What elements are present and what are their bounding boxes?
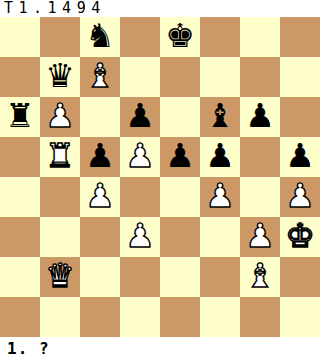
chess-board[interactable]: ♞♚♛♝♜♟♟♝♟♜♟♟♟♟♟♟♟♟♟♟♚♛♝ [0,17,320,337]
square-d1[interactable] [120,297,160,337]
piece-black-pawn[interactable]: ♟ [165,136,195,176]
piece-white-pawn[interactable]: ♟ [245,216,275,256]
square-f6[interactable]: ♝ [200,97,240,137]
piece-white-pawn[interactable]: ♟ [45,96,75,136]
piece-white-bishop[interactable]: ♝ [245,256,275,296]
square-g1[interactable] [240,297,280,337]
square-h5[interactable]: ♟ [280,137,320,177]
square-a6[interactable]: ♜ [0,97,40,137]
piece-black-rook[interactable]: ♜ [5,96,35,136]
square-e6[interactable] [160,97,200,137]
square-g3[interactable]: ♟ [240,217,280,257]
square-c3[interactable] [80,217,120,257]
piece-white-bishop[interactable]: ♝ [85,56,115,96]
square-b2[interactable]: ♛ [40,257,80,297]
square-e3[interactable] [160,217,200,257]
piece-black-pawn[interactable]: ♟ [245,96,275,136]
square-d3[interactable]: ♟ [120,217,160,257]
square-a1[interactable] [0,297,40,337]
square-e4[interactable] [160,177,200,217]
square-h1[interactable] [280,297,320,337]
square-a7[interactable] [0,57,40,97]
square-h8[interactable] [280,17,320,57]
square-f8[interactable] [200,17,240,57]
piece-black-knight[interactable]: ♞ [85,16,115,56]
piece-white-pawn[interactable]: ♟ [125,136,155,176]
square-f4[interactable]: ♟ [200,177,240,217]
square-g5[interactable] [240,137,280,177]
square-g2[interactable]: ♝ [240,257,280,297]
square-d7[interactable] [120,57,160,97]
square-d4[interactable] [120,177,160,217]
square-g4[interactable] [240,177,280,217]
square-e7[interactable] [160,57,200,97]
square-f7[interactable] [200,57,240,97]
square-f1[interactable] [200,297,240,337]
footer-bar: 1. ? [0,337,320,360]
square-h4[interactable]: ♟ [280,177,320,217]
piece-white-pawn[interactable]: ♟ [285,176,315,216]
square-d2[interactable] [120,257,160,297]
square-b3[interactable] [40,217,80,257]
square-b5[interactable]: ♜ [40,137,80,177]
square-f2[interactable] [200,257,240,297]
piece-black-pawn[interactable]: ♟ [125,96,155,136]
square-g8[interactable] [240,17,280,57]
piece-white-queen[interactable]: ♛ [45,256,75,296]
piece-white-king[interactable]: ♚ [285,216,315,256]
square-c1[interactable] [80,297,120,337]
square-b8[interactable] [40,17,80,57]
piece-black-queen[interactable]: ♛ [45,56,75,96]
square-e8[interactable]: ♚ [160,17,200,57]
square-a8[interactable] [0,17,40,57]
square-d8[interactable] [120,17,160,57]
square-h7[interactable] [280,57,320,97]
square-c2[interactable] [80,257,120,297]
square-c7[interactable]: ♝ [80,57,120,97]
square-a4[interactable] [0,177,40,217]
square-f5[interactable]: ♟ [200,137,240,177]
piece-white-pawn[interactable]: ♟ [85,176,115,216]
square-b1[interactable] [40,297,80,337]
square-c5[interactable]: ♟ [80,137,120,177]
square-h3[interactable]: ♚ [280,217,320,257]
square-h2[interactable] [280,257,320,297]
square-d5[interactable]: ♟ [120,137,160,177]
square-d6[interactable]: ♟ [120,97,160,137]
piece-black-pawn[interactable]: ♟ [285,136,315,176]
square-e1[interactable] [160,297,200,337]
piece-black-pawn[interactable]: ♟ [205,136,235,176]
move-prompt-label: 1. ? [0,339,50,358]
square-e2[interactable] [160,257,200,297]
puzzle-id-label: T1.1494 [0,1,106,16]
square-a2[interactable] [0,257,40,297]
square-f3[interactable] [200,217,240,257]
square-e5[interactable]: ♟ [160,137,200,177]
piece-black-bishop[interactable]: ♝ [205,96,235,136]
square-g7[interactable] [240,57,280,97]
square-a3[interactable] [0,217,40,257]
piece-white-pawn[interactable]: ♟ [125,216,155,256]
square-c4[interactable]: ♟ [80,177,120,217]
piece-white-pawn[interactable]: ♟ [205,176,235,216]
square-h6[interactable] [280,97,320,137]
square-c6[interactable] [80,97,120,137]
piece-black-king[interactable]: ♚ [165,16,195,56]
square-g6[interactable]: ♟ [240,97,280,137]
square-c8[interactable]: ♞ [80,17,120,57]
square-b4[interactable] [40,177,80,217]
piece-black-pawn[interactable]: ♟ [85,136,115,176]
chess-trainer-window: T1.1494 ♞♚♛♝♜♟♟♝♟♜♟♟♟♟♟♟♟♟♟♟♚♛♝ 1. ? [0,0,320,360]
header-bar: T1.1494 [0,0,320,17]
square-b6[interactable]: ♟ [40,97,80,137]
piece-white-rook[interactable]: ♜ [45,136,75,176]
square-a5[interactable] [0,137,40,177]
square-b7[interactable]: ♛ [40,57,80,97]
